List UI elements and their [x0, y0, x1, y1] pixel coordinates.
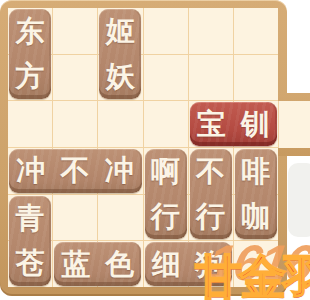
tile-char: 行	[196, 202, 225, 231]
tile-char: 啡	[241, 157, 270, 186]
tile-buxing[interactable]: 不行	[190, 149, 232, 239]
tile-char: 蓝	[61, 250, 90, 279]
page-side-shape	[288, 163, 310, 237]
tile-char: 方	[16, 62, 45, 91]
tile-char: 宝	[197, 110, 226, 139]
tile-char: 冲	[105, 156, 134, 185]
exit-slot	[278, 101, 310, 148]
tile-char: 苍	[16, 249, 45, 278]
tile-char: 不	[196, 157, 225, 186]
tile-char: 钏	[241, 110, 270, 139]
tile-jiyao[interactable]: 姬妖	[99, 9, 141, 99]
tile-baochuan[interactable]: 宝钏	[190, 102, 277, 146]
tile-char: 冲	[17, 156, 46, 185]
tile-char: 姬	[106, 17, 135, 46]
tile-chongbuchong[interactable]: 冲不冲	[9, 149, 142, 193]
tile-char: 色	[105, 250, 134, 279]
tile-char: 妖	[106, 62, 135, 91]
tile-qingcang[interactable]: 青苍	[9, 196, 51, 286]
tile-dongfang[interactable]: 东方	[9, 9, 51, 99]
tile-char: 细	[152, 250, 181, 279]
tile-lanse[interactable]: 蓝色	[54, 242, 141, 286]
tile-feika[interactable]: 啡咖	[235, 149, 277, 239]
tile-char: 行	[151, 202, 180, 231]
tile-char: 咖	[241, 202, 270, 231]
watermark-brand: 甘金羽	[195, 246, 310, 300]
tile-char: 青	[16, 204, 45, 233]
tile-char: 啊	[151, 157, 180, 186]
tile-axing[interactable]: 啊行	[145, 149, 187, 239]
tile-char: 东	[16, 17, 45, 46]
tile-char: 不	[61, 156, 90, 185]
